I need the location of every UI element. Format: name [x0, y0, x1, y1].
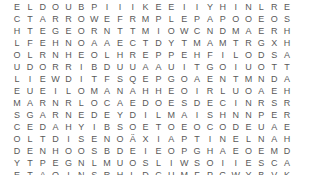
grid-cell[interactable]: O [88, 98, 101, 110]
grid-cell[interactable]: U [165, 170, 178, 176]
grid-cell[interactable]: H [113, 50, 126, 62]
grid-cell[interactable]: A [242, 26, 255, 38]
grid-cell[interactable]: O [178, 74, 191, 86]
grid-cell[interactable]: G [23, 110, 36, 122]
grid-cell[interactable]: E [281, 122, 294, 134]
grid-cell[interactable]: I [229, 2, 242, 14]
grid-cell[interactable]: R [281, 110, 294, 122]
grid-cell[interactable]: H [216, 2, 229, 14]
grid-cell[interactable]: Y [165, 38, 178, 50]
grid-cell[interactable]: A [113, 98, 126, 110]
grid-cell[interactable]: P [152, 14, 165, 26]
grid-cell[interactable]: E [11, 2, 24, 14]
grid-cell[interactable]: N [75, 170, 88, 176]
grid-cell[interactable]: E [165, 98, 178, 110]
grid-cell[interactable]: E [36, 86, 49, 98]
grid-cell[interactable]: S [268, 98, 281, 110]
grid-cell[interactable]: U [242, 62, 255, 74]
grid-cell[interactable]: D [101, 62, 114, 74]
grid-cell[interactable]: I [191, 110, 204, 122]
grid-cell[interactable]: A [203, 38, 216, 50]
grid-cell[interactable]: A [165, 134, 178, 146]
grid-cell[interactable]: L [216, 86, 229, 98]
grid-cell[interactable]: L [255, 2, 268, 14]
grid-cell[interactable]: W [178, 158, 191, 170]
grid-cell[interactable]: P [36, 158, 49, 170]
grid-cell[interactable]: S [139, 158, 152, 170]
grid-cell[interactable]: H [49, 146, 62, 158]
grid-cell[interactable]: O [11, 50, 24, 62]
grid-cell[interactable]: R [49, 14, 62, 26]
grid-cell[interactable]: G [49, 26, 62, 38]
grid-cell[interactable]: G [62, 158, 75, 170]
grid-cell[interactable]: E [165, 2, 178, 14]
grid-cell[interactable]: D [11, 146, 24, 158]
grid-cell[interactable]: E [113, 38, 126, 50]
grid-cell[interactable]: Y [113, 110, 126, 122]
grid-cell[interactable]: A [101, 38, 114, 50]
grid-cell[interactable]: N [242, 2, 255, 14]
grid-cell[interactable]: M [229, 26, 242, 38]
grid-cell[interactable]: S [178, 98, 191, 110]
grid-cell[interactable]: O [165, 146, 178, 158]
grid-cell[interactable]: R [126, 14, 139, 26]
grid-cell[interactable]: O [216, 62, 229, 74]
grid-cell[interactable]: N [242, 98, 255, 110]
grid-cell[interactable]: M [268, 146, 281, 158]
grid-cell[interactable]: S [11, 110, 24, 122]
grid-cell[interactable]: N [216, 74, 229, 86]
grid-cell[interactable]: F [101, 74, 114, 86]
grid-cell[interactable]: E [203, 98, 216, 110]
grid-cell[interactable]: L [62, 86, 75, 98]
grid-cell[interactable]: I [203, 134, 216, 146]
grid-cell[interactable]: L [101, 50, 114, 62]
grid-cell[interactable]: O [165, 122, 178, 134]
grid-cell[interactable]: D [62, 74, 75, 86]
grid-cell[interactable]: T [268, 62, 281, 74]
grid-cell[interactable]: T [113, 26, 126, 38]
grid-cell[interactable]: S [75, 134, 88, 146]
grid-cell[interactable]: H [62, 50, 75, 62]
grid-cell[interactable]: U [165, 62, 178, 74]
grid-cell[interactable]: E [242, 122, 255, 134]
grid-cell[interactable]: A [281, 74, 294, 86]
grid-cell[interactable]: S [255, 158, 268, 170]
grid-cell[interactable]: I [113, 2, 126, 14]
grid-cell[interactable]: E [11, 86, 24, 98]
grid-cell[interactable]: H [281, 38, 294, 50]
grid-cell[interactable]: X [139, 134, 152, 146]
grid-cell[interactable]: E [36, 74, 49, 86]
grid-cell[interactable]: I [216, 158, 229, 170]
grid-cell[interactable]: E [23, 146, 36, 158]
grid-cell[interactable]: N [62, 110, 75, 122]
grid-cell[interactable]: O [242, 86, 255, 98]
grid-cell[interactable]: I [178, 2, 191, 14]
grid-cell[interactable]: M [165, 110, 178, 122]
grid-cell[interactable]: C [268, 158, 281, 170]
grid-cell[interactable]: E [23, 122, 36, 134]
grid-cell[interactable]: I [88, 122, 101, 134]
grid-cell[interactable]: E [36, 38, 49, 50]
grid-cell[interactable]: E [242, 158, 255, 170]
grid-cell[interactable]: T [23, 170, 36, 176]
grid-cell[interactable]: E [75, 110, 88, 122]
grid-cell[interactable]: R [242, 38, 255, 50]
grid-cell[interactable]: D [139, 98, 152, 110]
grid-cell[interactable]: A [23, 98, 36, 110]
grid-cell[interactable]: N [203, 26, 216, 38]
grid-cell[interactable]: S [281, 14, 294, 26]
grid-cell[interactable]: D [126, 110, 139, 122]
grid-cell[interactable]: I [165, 158, 178, 170]
grid-cell[interactable]: I [75, 62, 88, 74]
grid-cell[interactable]: Y [11, 158, 24, 170]
grid-cell[interactable]: U [62, 2, 75, 14]
grid-cell[interactable]: P [203, 170, 216, 176]
grid-cell[interactable]: D [49, 134, 62, 146]
grid-cell[interactable]: P [191, 14, 204, 26]
grid-cell[interactable]: E [229, 134, 242, 146]
grid-cell[interactable]: L [165, 14, 178, 26]
grid-cell[interactable]: F [113, 14, 126, 26]
grid-cell[interactable]: I [75, 74, 88, 86]
grid-cell[interactable]: T [229, 38, 242, 50]
grid-cell[interactable]: M [88, 86, 101, 98]
grid-cell[interactable]: L [11, 38, 24, 50]
grid-cell[interactable]: N [229, 110, 242, 122]
grid-cell[interactable]: E [126, 146, 139, 158]
grid-cell[interactable]: T [152, 122, 165, 134]
grid-cell[interactable]: P [178, 146, 191, 158]
grid-cell[interactable]: R [62, 62, 75, 74]
grid-cell[interactable]: U [126, 62, 139, 74]
grid-cell[interactable]: O [75, 26, 88, 38]
grid-cell[interactable]: A [178, 110, 191, 122]
grid-cell[interactable]: C [11, 14, 24, 26]
grid-cell[interactable]: B [255, 170, 268, 176]
grid-cell[interactable]: G [216, 170, 229, 176]
grid-cell[interactable]: H [216, 110, 229, 122]
grid-cell[interactable]: H [281, 26, 294, 38]
grid-cell[interactable]: O [49, 170, 62, 176]
grid-cell[interactable]: I [49, 86, 62, 98]
grid-cell[interactable]: N [101, 134, 114, 146]
grid-cell[interactable]: E [75, 50, 88, 62]
grid-cell[interactable]: R [62, 98, 75, 110]
grid-cell[interactable]: O [191, 122, 204, 134]
grid-cell[interactable]: O [255, 62, 268, 74]
grid-cell[interactable]: G [165, 74, 178, 86]
grid-cell[interactable]: N [49, 50, 62, 62]
grid-cell[interactable]: O [229, 14, 242, 26]
grid-cell[interactable]: T [126, 26, 139, 38]
grid-cell[interactable]: H [113, 170, 126, 176]
grid-cell[interactable]: O [113, 134, 126, 146]
grid-cell[interactable]: O [62, 146, 75, 158]
grid-cell[interactable]: D [36, 2, 49, 14]
grid-cell[interactable]: G [203, 62, 216, 74]
grid-cell[interactable]: U [229, 86, 242, 98]
grid-cell[interactable]: R [36, 98, 49, 110]
grid-cell[interactable]: P [152, 74, 165, 86]
grid-cell[interactable]: V [268, 170, 281, 176]
grid-cell[interactable]: N [242, 110, 255, 122]
grid-cell[interactable]: E [178, 50, 191, 62]
grid-cell[interactable]: T [281, 62, 294, 74]
grid-cell[interactable]: G [191, 146, 204, 158]
grid-cell[interactable]: S [113, 122, 126, 134]
grid-cell[interactable]: I [152, 134, 165, 146]
grid-cell[interactable]: A [126, 86, 139, 98]
grid-cell[interactable]: E [88, 134, 101, 146]
grid-cell[interactable]: E [139, 122, 152, 134]
grid-cell[interactable]: E [165, 86, 178, 98]
grid-cell[interactable]: A [139, 62, 152, 74]
grid-cell[interactable]: A [268, 122, 281, 134]
grid-cell[interactable]: M [11, 98, 24, 110]
grid-cell[interactable]: S [203, 110, 216, 122]
grid-cell[interactable]: O [178, 86, 191, 98]
grid-cell[interactable]: N [75, 158, 88, 170]
grid-cell[interactable]: A [255, 86, 268, 98]
grid-cell[interactable]: O [242, 50, 255, 62]
grid-cell[interactable]: A [36, 170, 49, 176]
grid-cell[interactable]: D [152, 38, 165, 50]
grid-cell[interactable]: R [88, 26, 101, 38]
grid-cell[interactable]: P [88, 2, 101, 14]
grid-cell[interactable]: D [139, 170, 152, 176]
grid-cell[interactable]: O [11, 134, 24, 146]
grid-cell[interactable]: P [152, 50, 165, 62]
grid-cell[interactable]: S [268, 50, 281, 62]
grid-cell[interactable]: T [23, 158, 36, 170]
grid-cell[interactable]: H [203, 146, 216, 158]
grid-cell[interactable]: H [281, 86, 294, 98]
grid-cell[interactable]: D [255, 50, 268, 62]
grid-cell[interactable]: O [242, 14, 255, 26]
grid-cell[interactable]: E [281, 2, 294, 14]
grid-cell[interactable]: L [23, 2, 36, 14]
grid-cell[interactable]: T [36, 134, 49, 146]
grid-cell[interactable]: A [101, 86, 114, 98]
grid-cell[interactable]: O [268, 14, 281, 26]
grid-cell[interactable]: T [139, 38, 152, 50]
grid-cell[interactable]: X [268, 38, 281, 50]
grid-cell[interactable]: R [203, 86, 216, 98]
grid-cell[interactable]: O [152, 98, 165, 110]
grid-cell[interactable]: M [139, 26, 152, 38]
grid-cell[interactable]: B [101, 122, 114, 134]
grid-cell[interactable]: N [216, 134, 229, 146]
grid-cell[interactable]: Y [75, 122, 88, 134]
grid-cell[interactable]: I [229, 98, 242, 110]
grid-cell[interactable]: O [49, 2, 62, 14]
grid-cell[interactable]: L [152, 110, 165, 122]
grid-cell[interactable]: E [203, 74, 216, 86]
grid-cell[interactable]: B [88, 62, 101, 74]
grid-cell[interactable]: C [152, 170, 165, 176]
grid-cell[interactable]: N [62, 38, 75, 50]
grid-cell[interactable]: N [113, 86, 126, 98]
grid-cell[interactable]: E [139, 50, 152, 62]
grid-cell[interactable]: I [23, 74, 36, 86]
grid-cell[interactable]: L [88, 158, 101, 170]
grid-cell[interactable]: E [101, 14, 114, 26]
grid-cell[interactable]: E [62, 26, 75, 38]
grid-cell[interactable]: A [152, 62, 165, 74]
grid-cell[interactable]: I [178, 62, 191, 74]
grid-cell[interactable]: E [268, 110, 281, 122]
grid-cell[interactable]: O [75, 38, 88, 50]
grid-cell[interactable]: F [203, 50, 216, 62]
grid-cell[interactable]: C [191, 26, 204, 38]
grid-cell[interactable]: K [281, 170, 294, 176]
grid-cell[interactable]: A [268, 134, 281, 146]
grid-cell[interactable]: E [178, 14, 191, 26]
grid-cell[interactable]: R [49, 110, 62, 122]
grid-cell[interactable]: A [36, 110, 49, 122]
grid-cell[interactable]: S [88, 170, 101, 176]
grid-cell[interactable]: N [101, 26, 114, 38]
grid-cell[interactable]: D [268, 74, 281, 86]
grid-cell[interactable]: E [255, 146, 268, 158]
grid-cell[interactable]: A [36, 14, 49, 26]
grid-cell[interactable]: R [49, 62, 62, 74]
grid-cell[interactable]: N [36, 146, 49, 158]
grid-cell[interactable]: R [268, 26, 281, 38]
grid-cell[interactable]: L [23, 134, 36, 146]
grid-cell[interactable]: R [255, 98, 268, 110]
grid-cell[interactable]: L [126, 170, 139, 176]
grid-cell[interactable]: L [229, 50, 242, 62]
grid-cell[interactable]: C [203, 122, 216, 134]
grid-cell[interactable]: U [113, 62, 126, 74]
grid-cell[interactable]: O [126, 122, 139, 134]
grid-cell[interactable]: O [126, 158, 139, 170]
grid-cell[interactable]: L [242, 134, 255, 146]
grid-cell[interactable]: I [191, 86, 204, 98]
grid-cell[interactable]: E [49, 158, 62, 170]
grid-cell[interactable]: M [139, 14, 152, 26]
grid-cell[interactable]: O [242, 146, 255, 158]
grid-cell[interactable]: T [191, 134, 204, 146]
grid-cell[interactable]: S [88, 146, 101, 158]
grid-cell[interactable]: M [242, 74, 255, 86]
grid-cell[interactable]: H [11, 26, 24, 38]
grid-cell[interactable]: I [62, 170, 75, 176]
grid-cell[interactable]: I [191, 2, 204, 14]
grid-cell[interactable]: O [75, 86, 88, 98]
grid-cell[interactable]: A [191, 74, 204, 86]
grid-cell[interactable]: U [11, 62, 24, 74]
grid-cell[interactable]: L [11, 74, 24, 86]
grid-cell[interactable]: H [139, 86, 152, 98]
grid-cell[interactable]: C [101, 98, 114, 110]
grid-cell[interactable]: O [216, 122, 229, 134]
grid-cell[interactable]: Y [242, 170, 255, 176]
grid-cell[interactable]: H [62, 122, 75, 134]
grid-cell[interactable]: H [152, 86, 165, 98]
grid-cell[interactable]: O [75, 146, 88, 158]
grid-cell[interactable]: M [216, 38, 229, 50]
grid-cell[interactable]: U [255, 122, 268, 134]
grid-cell[interactable]: E [101, 110, 114, 122]
grid-cell[interactable]: N [255, 74, 268, 86]
grid-cell[interactable]: L [23, 50, 36, 62]
grid-cell[interactable]: R [101, 170, 114, 176]
grid-cell[interactable]: F [191, 170, 204, 176]
grid-cell[interactable]: E [178, 122, 191, 134]
grid-cell[interactable]: T [191, 62, 204, 74]
grid-cell[interactable]: W [88, 14, 101, 26]
grid-cell[interactable]: I [216, 50, 229, 62]
grid-cell[interactable]: N [49, 98, 62, 110]
grid-cell[interactable]: R [126, 50, 139, 62]
grid-cell[interactable]: N [255, 134, 268, 146]
grid-cell[interactable]: E [152, 2, 165, 14]
grid-cell[interactable]: O [36, 62, 49, 74]
grid-cell[interactable]: M [191, 38, 204, 50]
grid-cell[interactable]: I [139, 146, 152, 158]
grid-cell[interactable]: E [11, 170, 24, 176]
grid-cell[interactable]: A [281, 50, 294, 62]
grid-cell[interactable]: P [216, 14, 229, 26]
grid-cell[interactable]: W [178, 26, 191, 38]
grid-cell[interactable]: S [191, 158, 204, 170]
grid-cell[interactable]: K [139, 2, 152, 14]
grid-cell[interactable]: F [23, 38, 36, 50]
grid-cell[interactable]: H [49, 38, 62, 50]
grid-cell[interactable]: O [203, 158, 216, 170]
grid-cell[interactable]: I [139, 110, 152, 122]
grid-cell[interactable]: A [203, 14, 216, 26]
grid-cell[interactable]: R [268, 2, 281, 14]
grid-cell[interactable]: H [281, 134, 294, 146]
grid-cell[interactable]: T [88, 74, 101, 86]
grid-cell[interactable]: Q [126, 74, 139, 86]
grid-cell[interactable]: B [101, 146, 114, 158]
grid-cell[interactable]: R [36, 50, 49, 62]
grid-cell[interactable]: E [36, 26, 49, 38]
grid-cell[interactable]: T [23, 26, 36, 38]
grid-cell[interactable]: P [165, 50, 178, 62]
grid-cell[interactable]: D [113, 146, 126, 158]
grid-cell[interactable]: D [229, 122, 242, 134]
grid-cell[interactable]: E [229, 146, 242, 158]
grid-cell[interactable]: E [255, 26, 268, 38]
grid-cell[interactable]: C [11, 122, 24, 134]
grid-cell[interactable]: I [62, 134, 75, 146]
grid-cell[interactable]: O [165, 26, 178, 38]
grid-cell[interactable]: A [216, 146, 229, 158]
grid-cell[interactable]: M [101, 158, 114, 170]
grid-cell[interactable]: C [216, 98, 229, 110]
grid-cell[interactable]: U [113, 158, 126, 170]
grid-cell[interactable]: I [229, 62, 242, 74]
grid-cell[interactable]: R [62, 14, 75, 26]
grid-cell[interactable]: D [23, 62, 36, 74]
grid-cell[interactable]: D [36, 122, 49, 134]
grid-cell[interactable]: S [113, 74, 126, 86]
grid-cell[interactable]: A [49, 122, 62, 134]
grid-cell[interactable]: R [281, 98, 294, 110]
grid-cell[interactable]: E [268, 86, 281, 98]
grid-cell[interactable]: E [139, 74, 152, 86]
grid-cell[interactable]: W [229, 170, 242, 176]
grid-cell[interactable]: L [75, 98, 88, 110]
